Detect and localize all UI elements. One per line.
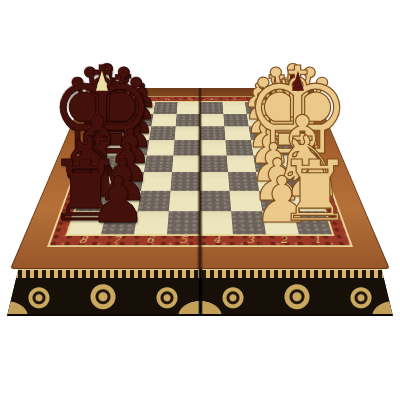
pieces-layer: ♜♟♟♜♞♟♟♞♝♟♟♝♛♟♟♛♚♟♟♚♝♟♟♝♞♟♟♞♜♟♟♜ [0,0,400,400]
piece-white-rook[interactable]: ♜ [277,150,352,232]
finial-tip [96,71,108,91]
piece-black-pawn[interactable]: ♟ [89,169,146,232]
pawn-glyph: ♟ [89,169,146,232]
finial-tip [292,71,304,91]
rook-glyph: ♜ [277,150,352,232]
chess-set-photo: 87654321 87654321 ♜♟♟♜♞♟♟♞♝♟♟♝♛♟♟♛♚♟♟♚♝♟… [0,0,400,400]
